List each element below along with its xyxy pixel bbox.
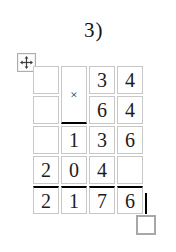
text-caret xyxy=(145,193,147,214)
grid-cell-r4c4[interactable] xyxy=(117,156,143,184)
move-cross-icon xyxy=(20,56,33,69)
multiplication-grid: × 3 4 6 4 1 3 6 2 0 4 2 1 7 6 xyxy=(33,66,143,214)
answer-checkbox[interactable] xyxy=(136,215,156,235)
grid-cell-r3c3[interactable]: 3 xyxy=(89,126,115,154)
grid-cell-r3c2[interactable]: 1 xyxy=(61,126,87,154)
grid-cell-r2c1[interactable] xyxy=(33,96,59,124)
worksheet-page: 3) × 3 4 6 4 1 3 6 2 0 4 xyxy=(0,0,176,252)
grid-cell-r5c3[interactable]: 7 xyxy=(89,186,115,214)
grid-cell-r5c4[interactable]: 6 xyxy=(117,186,143,214)
grid-cell-r3c1[interactable] xyxy=(33,126,59,154)
grid-cell-r5c2[interactable]: 1 xyxy=(61,186,87,214)
grid-cell-r1c3[interactable]: 3 xyxy=(89,66,115,94)
operator-cell[interactable]: × xyxy=(61,66,87,124)
grid-cell-r3c4[interactable]: 6 xyxy=(117,126,143,154)
grid-cell-r5c1[interactable]: 2 xyxy=(33,186,59,214)
grid-cell-r4c2[interactable]: 0 xyxy=(61,156,87,184)
grid-cell-r2c4[interactable]: 4 xyxy=(117,96,143,124)
problem-number-label: 3) xyxy=(84,18,104,43)
grid-cell-r4c3[interactable]: 4 xyxy=(89,156,115,184)
grid-cell-r1c4[interactable]: 4 xyxy=(117,66,143,94)
grid-cell-r4c1[interactable]: 2 xyxy=(33,156,59,184)
grid-cell-r2c3[interactable]: 6 xyxy=(89,96,115,124)
grid-cell-r1c1[interactable] xyxy=(33,66,59,94)
